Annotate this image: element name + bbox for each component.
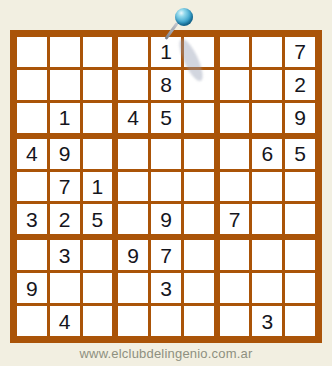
cell-r6c5[interactable]: 9 — [151, 204, 181, 234]
cell-r3c4[interactable]: 4 — [118, 103, 148, 133]
cell-r1c7[interactable] — [220, 37, 250, 67]
cell-r8c4[interactable] — [118, 273, 148, 303]
cell-r6c3[interactable]: 5 — [83, 204, 113, 234]
cell-r4c5[interactable] — [151, 139, 181, 169]
cell-r2c4[interactable] — [118, 70, 148, 100]
cell-r1c2[interactable] — [50, 37, 80, 67]
box-r1c2: 1845 — [118, 37, 213, 133]
cell-r5c8[interactable] — [252, 172, 282, 202]
cell-r9c3[interactable] — [83, 306, 113, 336]
cell-r4c6[interactable] — [184, 139, 214, 169]
cell-r7c3[interactable] — [83, 240, 113, 270]
cell-r8c1[interactable]: 9 — [17, 273, 47, 303]
sudoku-board: 11845729497132596573949733 — [10, 30, 322, 343]
cell-r5c6[interactable] — [184, 172, 214, 202]
box-r1c3: 729 — [220, 37, 315, 133]
cell-r8c3[interactable] — [83, 273, 113, 303]
cell-r5c3[interactable]: 1 — [83, 172, 113, 202]
cell-r8c8[interactable] — [252, 273, 282, 303]
cell-r3c5[interactable]: 5 — [151, 103, 181, 133]
cell-r5c5[interactable] — [151, 172, 181, 202]
box-r1c1: 1 — [17, 37, 112, 133]
cell-r9c2[interactable]: 4 — [50, 306, 80, 336]
cell-r3c7[interactable] — [220, 103, 250, 133]
cell-r8c6[interactable] — [184, 273, 214, 303]
cell-r8c5[interactable]: 3 — [151, 273, 181, 303]
cell-r3c6[interactable] — [184, 103, 214, 133]
box-r2c3: 657 — [220, 139, 315, 235]
cell-r5c7[interactable] — [220, 172, 250, 202]
cell-r9c8[interactable]: 3 — [252, 306, 282, 336]
cell-r9c5[interactable] — [151, 306, 181, 336]
cell-r5c4[interactable] — [118, 172, 148, 202]
cell-r9c4[interactable] — [118, 306, 148, 336]
cell-r4c1[interactable]: 4 — [17, 139, 47, 169]
cell-r4c4[interactable] — [118, 139, 148, 169]
cell-r5c9[interactable] — [285, 172, 315, 202]
cell-r7c9[interactable] — [285, 240, 315, 270]
cell-r8c9[interactable] — [285, 273, 315, 303]
box-r2c1: 4971325 — [17, 139, 112, 235]
cell-r5c2[interactable]: 7 — [50, 172, 80, 202]
cell-r6c8[interactable] — [252, 204, 282, 234]
cell-r3c8[interactable] — [252, 103, 282, 133]
cell-r6c1[interactable]: 3 — [17, 204, 47, 234]
box-r3c3: 3 — [220, 240, 315, 336]
cell-r1c1[interactable] — [17, 37, 47, 67]
cell-r6c6[interactable] — [184, 204, 214, 234]
cell-r7c1[interactable] — [17, 240, 47, 270]
box-r2c2: 9 — [118, 139, 213, 235]
cell-r3c9[interactable]: 9 — [285, 103, 315, 133]
cell-r9c9[interactable] — [285, 306, 315, 336]
cell-r7c2[interactable]: 3 — [50, 240, 80, 270]
cell-r2c3[interactable] — [83, 70, 113, 100]
cell-r4c9[interactable]: 5 — [285, 139, 315, 169]
cell-r9c6[interactable] — [184, 306, 214, 336]
push-pin-icon — [175, 8, 193, 26]
cell-r2c7[interactable] — [220, 70, 250, 100]
cell-r5c1[interactable] — [17, 172, 47, 202]
cell-r3c2[interactable]: 1 — [50, 103, 80, 133]
cell-r3c1[interactable] — [17, 103, 47, 133]
box-r3c2: 973 — [118, 240, 213, 336]
cell-r4c8[interactable]: 6 — [252, 139, 282, 169]
cell-r7c4[interactable]: 9 — [118, 240, 148, 270]
cell-r8c7[interactable] — [220, 273, 250, 303]
cell-r6c7[interactable]: 7 — [220, 204, 250, 234]
cell-r6c9[interactable] — [285, 204, 315, 234]
cell-r2c2[interactable] — [50, 70, 80, 100]
cell-r1c3[interactable] — [83, 37, 113, 67]
cell-r9c1[interactable] — [17, 306, 47, 336]
cell-r7c7[interactable] — [220, 240, 250, 270]
cell-r1c4[interactable] — [118, 37, 148, 67]
cell-r3c3[interactable] — [83, 103, 113, 133]
cell-r6c4[interactable] — [118, 204, 148, 234]
cell-r2c1[interactable] — [17, 70, 47, 100]
page: 11845729497132596573949733 www.elclubdel… — [0, 0, 332, 366]
cell-r4c7[interactable] — [220, 139, 250, 169]
cell-r2c5[interactable]: 8 — [151, 70, 181, 100]
cell-r8c2[interactable] — [50, 273, 80, 303]
cell-r1c9[interactable]: 7 — [285, 37, 315, 67]
cell-r6c2[interactable]: 2 — [50, 204, 80, 234]
cell-r1c5[interactable]: 1 — [151, 37, 181, 67]
cell-r7c6[interactable] — [184, 240, 214, 270]
cell-r1c8[interactable] — [252, 37, 282, 67]
cell-r4c3[interactable] — [83, 139, 113, 169]
footer-url: www.elclubdelingenio.com.ar — [0, 346, 332, 361]
cell-r7c8[interactable] — [252, 240, 282, 270]
cell-r7c5[interactable]: 7 — [151, 240, 181, 270]
cell-r9c7[interactable] — [220, 306, 250, 336]
cell-r4c2[interactable]: 9 — [50, 139, 80, 169]
cell-r2c9[interactable]: 2 — [285, 70, 315, 100]
cell-r2c8[interactable] — [252, 70, 282, 100]
box-r3c1: 394 — [17, 240, 112, 336]
